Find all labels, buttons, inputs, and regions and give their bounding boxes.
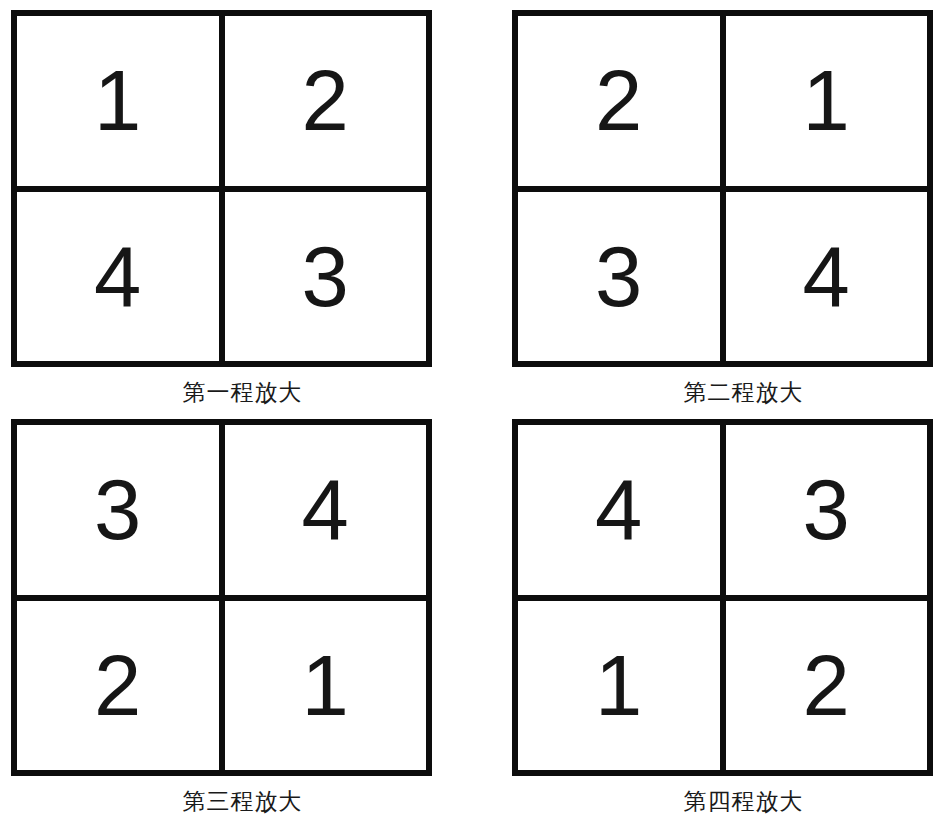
grid-pass-3: 3 4 2 1: [11, 419, 432, 776]
panel-pass-1: 1 2 4 3 第一程放大: [11, 10, 432, 408]
cell-pass1-r2c2: 3: [225, 192, 427, 362]
cell-pass3-r1c1: 3: [17, 425, 219, 595]
cell-pass1-r2c1: 4: [17, 192, 219, 362]
cell-pass2-r2c1: 3: [518, 192, 720, 362]
caption-pass-2: 第二程放大: [512, 377, 933, 408]
cell-pass3-r1c2: 4: [225, 425, 427, 595]
grid-pass-2: 2 1 3 4: [512, 10, 933, 367]
cell-pass4-r2c2: 2: [726, 601, 928, 771]
caption-pass-1: 第一程放大: [11, 377, 432, 408]
panel-pass-4: 4 3 1 2 第四程放大: [512, 419, 933, 817]
caption-pass-3: 第三程放大: [11, 786, 432, 817]
cell-pass1-r1c1: 1: [17, 16, 219, 186]
cell-pass3-r2c1: 2: [17, 601, 219, 771]
cell-pass2-r1c1: 2: [518, 16, 720, 186]
cell-pass4-r1c1: 4: [518, 425, 720, 595]
cell-pass2-r1c2: 1: [726, 16, 928, 186]
grid-pass-4: 4 3 1 2: [512, 419, 933, 776]
panel-pass-2: 2 1 3 4 第二程放大: [512, 10, 933, 408]
caption-pass-4: 第四程放大: [512, 786, 933, 817]
cell-pass2-r2c2: 4: [726, 192, 928, 362]
grid-pass-1: 1 2 4 3: [11, 10, 432, 367]
figure-canvas: 1 2 4 3 第一程放大 2 1 3 4 第二程放大 3 4 2 1 第三程放…: [0, 0, 945, 821]
cell-pass1-r1c2: 2: [225, 16, 427, 186]
panel-pass-3: 3 4 2 1 第三程放大: [11, 419, 432, 817]
cell-pass4-r1c2: 3: [726, 425, 928, 595]
cell-pass3-r2c2: 1: [225, 601, 427, 771]
cell-pass4-r2c1: 1: [518, 601, 720, 771]
